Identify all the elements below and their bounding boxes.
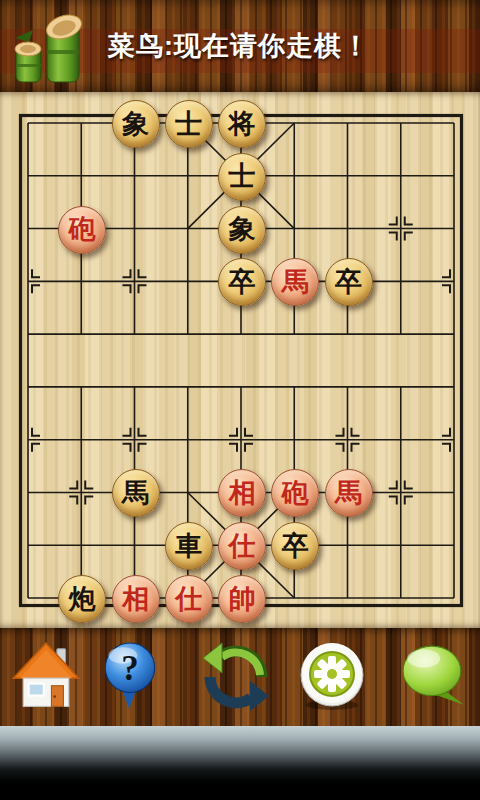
- piece-black-advisor-f4r1[interactable]: 士: [165, 100, 213, 148]
- refresh-button[interactable]: [200, 640, 270, 714]
- gear-icon: [297, 640, 367, 714]
- status-message: 菜鸟:现在请你走棋！: [108, 0, 476, 92]
- toolbar: ?: [0, 628, 480, 726]
- svg-text:?: ?: [121, 649, 138, 688]
- chat-button[interactable]: [400, 640, 470, 714]
- piece-black-elephant-f5r3[interactable]: 象: [218, 206, 266, 254]
- piece-black-horse-f3r8[interactable]: 馬: [112, 469, 160, 517]
- piece-black-chariot-f4r9[interactable]: 車: [165, 522, 213, 570]
- bamboo-cups-icon: [3, 2, 95, 90]
- piece-red-horse-f7r8[interactable]: 馬: [325, 469, 373, 517]
- piece-black-soldier-f7r4[interactable]: 卒: [325, 258, 373, 306]
- piece-red-cannon-f6r8[interactable]: 砲: [271, 469, 319, 517]
- piece-red-elephant-f5r8[interactable]: 相: [218, 469, 266, 517]
- refresh-arrows-icon: [200, 640, 272, 714]
- piece-red-horse-f6r4[interactable]: 馬: [271, 258, 319, 306]
- piece-red-elephant-f3r10[interactable]: 相: [112, 575, 160, 623]
- home-icon: [11, 640, 81, 714]
- chat-bubble-icon: [400, 640, 470, 714]
- pieces-layer: 象士将士象砲卒馬卒馬相砲馬車仕卒炮相仕帥: [0, 92, 480, 628]
- piece-black-advisor-f5r2[interactable]: 士: [218, 153, 266, 201]
- piece-black-cannon-f2r10[interactable]: 炮: [58, 575, 106, 623]
- help-button[interactable]: ?: [95, 640, 165, 714]
- piece-black-general-f5r1[interactable]: 将: [218, 100, 266, 148]
- settings-button[interactable]: [297, 640, 367, 714]
- piece-red-cannon-f2r3[interactable]: 砲: [58, 206, 106, 254]
- xiangqi-app-screen: { "game": "xiangqi", "header": { "messag…: [0, 0, 480, 800]
- piece-red-advisor-f5r9[interactable]: 仕: [218, 522, 266, 570]
- piece-red-general-f5r10[interactable]: 帥: [218, 575, 266, 623]
- piece-red-advisor-f4r10[interactable]: 仕: [165, 575, 213, 623]
- bottom-gradient-strip: [0, 726, 480, 800]
- home-button[interactable]: [11, 640, 81, 714]
- piece-black-elephant-f3r1[interactable]: 象: [112, 100, 160, 148]
- piece-black-soldier-f6r9[interactable]: 卒: [271, 522, 319, 570]
- question-bubble-icon: ?: [95, 640, 165, 714]
- piece-black-soldier-f5r4[interactable]: 卒: [218, 258, 266, 306]
- header-bar: 菜鸟:现在请你走棋！: [0, 0, 480, 92]
- board-panel: 象士将士象砲卒馬卒馬相砲馬車仕卒炮相仕帥: [0, 92, 480, 628]
